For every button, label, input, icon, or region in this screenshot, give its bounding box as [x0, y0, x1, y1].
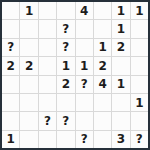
cell-r3c4: ? — [57, 39, 74, 56]
cell-r4c4: 1 — [57, 57, 74, 74]
cell-r3c5[interactable] — [76, 39, 93, 56]
cell-r1c6[interactable] — [94, 2, 111, 19]
cell-r2c5[interactable] — [76, 20, 93, 37]
cell-r5c1[interactable] — [2, 76, 19, 93]
cell-r7c8[interactable] — [131, 112, 148, 129]
cell-r5c3[interactable] — [39, 76, 56, 93]
cell-r7c6[interactable] — [94, 112, 111, 129]
puzzle-board: 1411?1??12221122?411??1?3? — [0, 0, 150, 150]
cell-r6c3[interactable] — [39, 94, 56, 111]
cell-r4c8[interactable] — [131, 57, 148, 74]
cell-r5c6: 4 — [94, 76, 111, 93]
cell-r3c6: 1 — [94, 39, 111, 56]
cell-r6c7[interactable] — [112, 94, 129, 111]
cell-r1c2: 1 — [20, 2, 37, 19]
cell-r7c2[interactable] — [20, 112, 37, 129]
cell-r6c1[interactable] — [2, 94, 19, 111]
cell-r7c5[interactable] — [76, 112, 93, 129]
cell-r2c6[interactable] — [94, 20, 111, 37]
cell-r6c6[interactable] — [94, 94, 111, 111]
cell-r1c4[interactable] — [57, 2, 74, 19]
cell-r8c6[interactable] — [94, 131, 111, 148]
cell-r6c8: 1 — [131, 94, 148, 111]
cell-r1c8: 1 — [131, 2, 148, 19]
cell-r5c5: ? — [76, 76, 93, 93]
cell-r5c4: 2 — [57, 76, 74, 93]
cell-r8c4[interactable] — [57, 131, 74, 148]
cell-r6c4[interactable] — [57, 94, 74, 111]
cell-r8c8: ? — [131, 131, 148, 148]
cell-r7c3: ? — [39, 112, 56, 129]
cell-r2c4: ? — [57, 20, 74, 37]
cell-r1c1[interactable] — [2, 2, 19, 19]
cell-r5c7: 1 — [112, 76, 129, 93]
cell-r3c3[interactable] — [39, 39, 56, 56]
cell-r4c5: 1 — [76, 57, 93, 74]
cell-r1c7: 1 — [112, 2, 129, 19]
cell-r8c3[interactable] — [39, 131, 56, 148]
cell-r2c1[interactable] — [2, 20, 19, 37]
cell-r7c1[interactable] — [2, 112, 19, 129]
cell-r3c1: ? — [2, 39, 19, 56]
cell-r4c3[interactable] — [39, 57, 56, 74]
cell-r6c5[interactable] — [76, 94, 93, 111]
cell-r6c2[interactable] — [20, 94, 37, 111]
cell-r2c8[interactable] — [131, 20, 148, 37]
cell-r1c5: 4 — [76, 2, 93, 19]
cell-r7c7[interactable] — [112, 112, 129, 129]
cell-r8c7: 3 — [112, 131, 129, 148]
cell-r8c5: ? — [76, 131, 93, 148]
cell-r1c3[interactable] — [39, 2, 56, 19]
cell-r2c7: 1 — [112, 20, 129, 37]
cell-r5c2[interactable] — [20, 76, 37, 93]
cell-r8c1: 1 — [2, 131, 19, 148]
cell-r8c2[interactable] — [20, 131, 37, 148]
cell-r7c4: ? — [57, 112, 74, 129]
cell-r3c7: 2 — [112, 39, 129, 56]
cell-r4c6: 2 — [94, 57, 111, 74]
cell-r3c8[interactable] — [131, 39, 148, 56]
cell-r4c2: 2 — [20, 57, 37, 74]
cell-r2c3[interactable] — [39, 20, 56, 37]
cell-r3c2[interactable] — [20, 39, 37, 56]
cell-r2c2[interactable] — [20, 20, 37, 37]
cell-r4c1: 2 — [2, 57, 19, 74]
cell-r5c8[interactable] — [131, 76, 148, 93]
cell-r4c7[interactable] — [112, 57, 129, 74]
